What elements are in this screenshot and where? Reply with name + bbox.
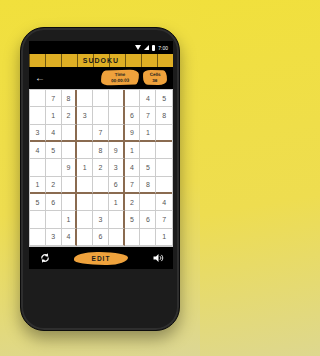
sudoku-cell-r5c8[interactable]: 5	[140, 159, 156, 176]
page-title: SUDOKU	[83, 57, 119, 64]
page-background: { "game": "Sudoku", "position": ".78....…	[0, 0, 200, 356]
wifi-icon	[135, 45, 141, 50]
sudoku-cell-r4c3[interactable]	[62, 142, 78, 159]
sudoku-cell-r4c8[interactable]	[140, 142, 156, 159]
sudoku-cell-r5c7[interactable]: 4	[125, 159, 141, 176]
sudoku-cell-r1c7[interactable]	[125, 90, 141, 107]
sudoku-cell-r3c4[interactable]	[77, 125, 93, 142]
sudoku-cell-r7c9[interactable]: 4	[156, 194, 172, 211]
sudoku-cell-r6c9[interactable]	[156, 177, 172, 194]
sudoku-cell-r3c7[interactable]: 9	[125, 125, 141, 142]
sudoku-cell-r5c2[interactable]	[46, 159, 62, 176]
sudoku-cell-r9c2[interactable]: 3	[46, 229, 62, 246]
time-badge: Time 00:00:03	[101, 70, 140, 87]
sudoku-cell-r1c3[interactable]: 8	[62, 90, 78, 107]
sudoku-cell-r6c2[interactable]: 2	[46, 177, 62, 194]
sudoku-cell-r3c2[interactable]: 4	[46, 125, 62, 142]
sudoku-cell-r8c6[interactable]	[109, 211, 125, 228]
sudoku-cell-r7c8[interactable]	[140, 194, 156, 211]
sudoku-grid: 7845123678347914589191234512678561241356…	[29, 89, 173, 247]
sudoku-cell-r3c5[interactable]: 7	[93, 125, 109, 142]
sudoku-cell-r9c4[interactable]	[77, 229, 93, 246]
sudoku-cell-r2c7[interactable]: 6	[125, 107, 141, 124]
sudoku-cell-r4c9[interactable]	[156, 142, 172, 159]
sudoku-cell-r6c8[interactable]: 8	[140, 177, 156, 194]
sudoku-cell-r2c6[interactable]	[109, 107, 125, 124]
sudoku-cell-r8c9[interactable]: 7	[156, 211, 172, 228]
sudoku-cell-r1c2[interactable]: 7	[46, 90, 62, 107]
refresh-button[interactable]	[38, 252, 51, 265]
app-screen: 7:00 SUDOKU ← Time 00:00:03 Cells 36 784…	[29, 41, 173, 269]
sudoku-cell-r5c5[interactable]: 2	[93, 159, 109, 176]
sudoku-cell-r6c4[interactable]	[77, 177, 93, 194]
sudoku-cell-r9c6[interactable]	[109, 229, 125, 246]
phone-frame: 7:00 SUDOKU ← Time 00:00:03 Cells 36 784…	[20, 27, 180, 331]
sudoku-cell-r3c8[interactable]: 1	[140, 125, 156, 142]
sudoku-cell-r6c6[interactable]: 6	[109, 177, 125, 194]
sudoku-cell-r7c2[interactable]: 6	[46, 194, 62, 211]
sudoku-cell-r9c5[interactable]: 6	[93, 229, 109, 246]
sudoku-cell-r2c2[interactable]: 1	[46, 107, 62, 124]
cells-badge: Cells 36	[143, 70, 167, 86]
sudoku-cell-r5c3[interactable]: 9	[62, 159, 78, 176]
status-bar: 7:00	[29, 41, 173, 54]
battery-icon	[152, 45, 155, 51]
sudoku-cell-r2c5[interactable]	[93, 107, 109, 124]
toolbar: ← Time 00:00:03 Cells 36	[29, 67, 173, 89]
sudoku-cell-r9c9[interactable]: 1	[156, 229, 172, 246]
sudoku-cell-r8c3[interactable]: 1	[62, 211, 78, 228]
sudoku-cell-r5c6[interactable]: 3	[109, 159, 125, 176]
sudoku-cell-r7c6[interactable]: 1	[109, 194, 125, 211]
sudoku-cell-r5c4[interactable]: 1	[77, 159, 93, 176]
sudoku-cell-r1c1[interactable]	[30, 90, 46, 107]
sudoku-cell-r6c1[interactable]: 1	[30, 177, 46, 194]
sudoku-cell-r9c8[interactable]	[140, 229, 156, 246]
sudoku-cell-r7c4[interactable]	[77, 194, 93, 211]
sudoku-cell-r7c3[interactable]	[62, 194, 78, 211]
sudoku-cell-r1c6[interactable]	[109, 90, 125, 107]
sudoku-cell-r8c1[interactable]	[30, 211, 46, 228]
edit-button[interactable]: EDIT	[74, 252, 128, 265]
sudoku-cell-r4c6[interactable]: 9	[109, 142, 125, 159]
sudoku-cell-r5c1[interactable]	[30, 159, 46, 176]
sudoku-cell-r2c4[interactable]: 3	[77, 107, 93, 124]
sudoku-cell-r8c5[interactable]: 3	[93, 211, 109, 228]
sudoku-cell-r4c2[interactable]: 5	[46, 142, 62, 159]
time-badge-value: 00:00:03	[111, 78, 129, 84]
sudoku-cell-r7c1[interactable]: 5	[30, 194, 46, 211]
sudoku-cell-r4c5[interactable]: 8	[93, 142, 109, 159]
back-arrow-icon: ←	[35, 72, 45, 83]
bottom-bar: EDIT	[29, 247, 173, 269]
sudoku-cell-r2c9[interactable]: 8	[156, 107, 172, 124]
sudoku-cell-r8c2[interactable]	[46, 211, 62, 228]
speaker-icon	[152, 252, 164, 264]
sudoku-cell-r8c4[interactable]	[77, 211, 93, 228]
sudoku-cell-r6c5[interactable]	[93, 177, 109, 194]
sudoku-cell-r4c7[interactable]: 1	[125, 142, 141, 159]
status-time: 7:00	[158, 45, 168, 51]
sudoku-cell-r4c4[interactable]	[77, 142, 93, 159]
sudoku-cell-r4c1[interactable]: 4	[30, 142, 46, 159]
sudoku-cell-r9c7[interactable]	[125, 229, 141, 246]
sudoku-cell-r2c3[interactable]: 2	[62, 107, 78, 124]
sudoku-cell-r3c6[interactable]	[109, 125, 125, 142]
sudoku-cell-r3c9[interactable]	[156, 125, 172, 142]
sudoku-cell-r7c7[interactable]: 2	[125, 194, 141, 211]
sudoku-cell-r3c3[interactable]	[62, 125, 78, 142]
cells-badge-value: 36	[152, 78, 157, 83]
sudoku-cell-r1c9[interactable]: 5	[156, 90, 172, 107]
app-header: SUDOKU	[29, 54, 173, 67]
sudoku-cell-r1c8[interactable]: 4	[140, 90, 156, 107]
sudoku-cell-r2c8[interactable]: 7	[140, 107, 156, 124]
signal-icon	[144, 45, 149, 50]
sudoku-cell-r3c1[interactable]: 3	[30, 125, 46, 142]
sudoku-cell-r7c5[interactable]	[93, 194, 109, 211]
volume-button[interactable]	[151, 252, 164, 265]
sudoku-cell-r1c5[interactable]	[93, 90, 109, 107]
sudoku-cell-r1c4[interactable]	[77, 90, 93, 107]
sudoku-cell-r5c9[interactable]	[156, 159, 172, 176]
sudoku-cell-r9c1[interactable]	[30, 229, 46, 246]
sudoku-cell-r8c7[interactable]: 5	[125, 211, 141, 228]
refresh-icon	[39, 252, 51, 264]
sudoku-cell-r8c8[interactable]: 6	[140, 211, 156, 228]
sudoku-cell-r6c3[interactable]	[62, 177, 78, 194]
back-button[interactable]: ←	[35, 73, 45, 83]
sudoku-cell-r2c1[interactable]	[30, 107, 46, 124]
sudoku-cell-r9c3[interactable]: 4	[62, 229, 78, 246]
sudoku-cell-r6c7[interactable]: 7	[125, 177, 141, 194]
